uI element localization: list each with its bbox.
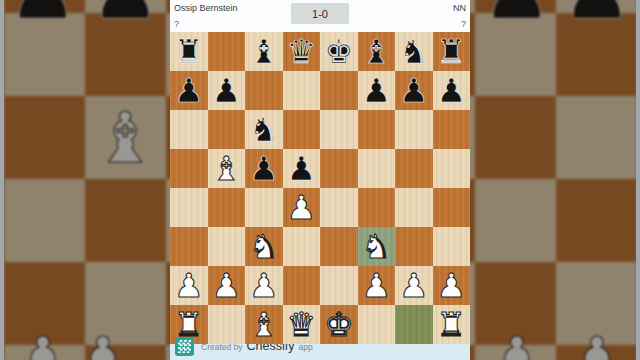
white-queen-d1[interactable]: ♛ [283, 305, 321, 344]
white-pawn-h2[interactable]: ♟ [433, 266, 471, 305]
square-b5[interactable]: ♝ [208, 149, 246, 188]
square-h3[interactable] [433, 227, 471, 266]
square-e8[interactable]: ♚ [320, 32, 358, 71]
square-h1[interactable]: ♜ [433, 305, 471, 344]
white-pawn-c2[interactable]: ♟ [245, 266, 283, 305]
square-h7[interactable]: ♟ [433, 71, 471, 110]
black-player-rating: ? [461, 19, 466, 29]
square-f4[interactable] [358, 188, 396, 227]
black-rook-a8[interactable]: ♜ [170, 32, 208, 71]
square-d7[interactable] [283, 71, 321, 110]
black-pawn-g7[interactable]: ♟ [395, 71, 433, 110]
square-e7[interactable] [320, 71, 358, 110]
black-bishop-c8[interactable]: ♝ [245, 32, 283, 71]
black-bishop-f8[interactable]: ♝ [358, 32, 396, 71]
square-e2[interactable] [320, 266, 358, 305]
square-a3[interactable] [170, 227, 208, 266]
square-g8[interactable]: ♞ [395, 32, 433, 71]
square-h5[interactable] [433, 149, 471, 188]
black-pawn-d5[interactable]: ♟ [283, 149, 321, 188]
square-g4[interactable] [395, 188, 433, 227]
background-dim-overlay-right [470, 0, 640, 360]
white-rook-a1[interactable]: ♜ [170, 305, 208, 344]
chessify-diagram-panel: Ossip Bernstein 1-0 NN ? ? ♜♝♛♚♝♞♜♟♟♟♟♟♞… [170, 0, 470, 360]
square-c1[interactable]: ♝ [245, 305, 283, 344]
white-player-rating: ? [174, 19, 179, 29]
square-c6[interactable]: ♞ [245, 110, 283, 149]
square-g1[interactable] [395, 305, 433, 344]
white-rook-h1[interactable]: ♜ [433, 305, 471, 344]
square-c5[interactable]: ♟ [245, 149, 283, 188]
square-a2[interactable]: ♟ [170, 266, 208, 305]
square-g5[interactable] [395, 149, 433, 188]
background-dim-overlay-left [0, 0, 170, 360]
square-e5[interactable] [320, 149, 358, 188]
chess-board[interactable]: ♜♝♛♚♝♞♜♟♟♟♟♟♞♝♟♟♟♞♞♟♟♟♟♟♟♜♝♛♚♜ [170, 32, 470, 332]
black-queen-d8[interactable]: ♛ [283, 32, 321, 71]
black-pawn-b7[interactable]: ♟ [208, 71, 246, 110]
square-e4[interactable] [320, 188, 358, 227]
square-d6[interactable] [283, 110, 321, 149]
black-pawn-h7[interactable]: ♟ [433, 71, 471, 110]
black-knight-c6[interactable]: ♞ [245, 110, 283, 149]
square-h6[interactable] [433, 110, 471, 149]
white-bishop-b5[interactable]: ♝ [208, 149, 246, 188]
square-b3[interactable] [208, 227, 246, 266]
white-pawn-d4[interactable]: ♟ [283, 188, 321, 227]
square-d1[interactable]: ♛ [283, 305, 321, 344]
square-d2[interactable] [283, 266, 321, 305]
game-header: Ossip Bernstein 1-0 NN ? ? [170, 0, 470, 32]
background-board-right: ♟♟♟♟ [470, 0, 640, 360]
square-f2[interactable]: ♟ [358, 266, 396, 305]
square-a7[interactable]: ♟ [170, 71, 208, 110]
black-pawn-a7[interactable]: ♟ [170, 71, 208, 110]
square-c3[interactable]: ♞ [245, 227, 283, 266]
square-d5[interactable]: ♟ [283, 149, 321, 188]
square-c7[interactable] [245, 71, 283, 110]
square-b4[interactable] [208, 188, 246, 227]
white-pawn-a2[interactable]: ♟ [170, 266, 208, 305]
white-knight-c3[interactable]: ♞ [245, 227, 283, 266]
white-king-e1[interactable]: ♚ [320, 305, 358, 344]
square-a1[interactable]: ♜ [170, 305, 208, 344]
square-d8[interactable]: ♛ [283, 32, 321, 71]
square-c2[interactable]: ♟ [245, 266, 283, 305]
square-f7[interactable]: ♟ [358, 71, 396, 110]
square-h2[interactable]: ♟ [433, 266, 471, 305]
white-pawn-f2[interactable]: ♟ [358, 266, 396, 305]
result-badge[interactable]: 1-0 [291, 3, 349, 24]
background-board-left: ♟♟♝♟♟ [0, 0, 170, 360]
white-player-name: Ossip Bernstein [174, 3, 238, 13]
black-rook-h8[interactable]: ♜ [433, 32, 471, 71]
square-f5[interactable] [358, 149, 396, 188]
black-knight-g8[interactable]: ♞ [395, 32, 433, 71]
square-b1[interactable] [208, 305, 246, 344]
square-e6[interactable] [320, 110, 358, 149]
square-b6[interactable] [208, 110, 246, 149]
square-g3[interactable] [395, 227, 433, 266]
right-gray-edge-bar [636, 0, 640, 360]
square-a5[interactable] [170, 149, 208, 188]
square-h8[interactable]: ♜ [433, 32, 471, 71]
square-b2[interactable]: ♟ [208, 266, 246, 305]
black-king-e8[interactable]: ♚ [320, 32, 358, 71]
square-b8[interactable] [208, 32, 246, 71]
square-f1[interactable] [358, 305, 396, 344]
square-c4[interactable] [245, 188, 283, 227]
square-g6[interactable] [395, 110, 433, 149]
square-a8[interactable]: ♜ [170, 32, 208, 71]
square-g2[interactable]: ♟ [395, 266, 433, 305]
white-bishop-c1[interactable]: ♝ [245, 305, 283, 344]
square-f6[interactable] [358, 110, 396, 149]
black-pawn-c5[interactable]: ♟ [245, 149, 283, 188]
square-f3[interactable]: ♞ [358, 227, 396, 266]
black-pawn-f7[interactable]: ♟ [358, 71, 396, 110]
white-pawn-g2[interactable]: ♟ [395, 266, 433, 305]
square-c8[interactable]: ♝ [245, 32, 283, 71]
square-a4[interactable] [170, 188, 208, 227]
square-g7[interactable]: ♟ [395, 71, 433, 110]
square-h4[interactable] [433, 188, 471, 227]
square-d3[interactable] [283, 227, 321, 266]
square-d4[interactable]: ♟ [283, 188, 321, 227]
square-a6[interactable] [170, 110, 208, 149]
square-f8[interactable]: ♝ [358, 32, 396, 71]
white-knight-f3[interactable]: ♞ [358, 227, 396, 266]
video-frame: ♟♟♝♟♟ ♟♟♟♟ Ossip Bernstein 1-0 NN ? ? ♜♝… [0, 0, 640, 360]
square-e3[interactable] [320, 227, 358, 266]
left-gray-edge-bar [0, 0, 4, 360]
square-e1[interactable]: ♚ [320, 305, 358, 344]
white-pawn-b2[interactable]: ♟ [208, 266, 246, 305]
square-b7[interactable]: ♟ [208, 71, 246, 110]
black-player-name: NN [453, 3, 466, 13]
